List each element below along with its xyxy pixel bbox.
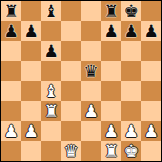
square-d1[interactable]: ♛ <box>61 141 81 161</box>
piece-white-king: ♚ <box>123 141 138 161</box>
square-f4[interactable] <box>101 81 121 101</box>
square-b5[interactable] <box>21 61 41 81</box>
square-g1[interactable]: ♚ <box>121 141 141 161</box>
piece-black-queen: ♛ <box>83 61 98 81</box>
square-g3[interactable] <box>121 101 141 121</box>
piece-black-pawn: ♟ <box>43 41 58 61</box>
square-d4[interactable] <box>61 81 81 101</box>
piece-white-rook: ♜ <box>43 101 58 121</box>
square-h4[interactable] <box>141 81 161 101</box>
chess-board-frame: ♜♝♜♚♟♟♟♟♟♟♛♝♜♟♟♟♟♟♟♛♜♚ <box>0 0 162 162</box>
square-d8[interactable] <box>61 1 81 21</box>
piece-white-pawn: ♟ <box>123 121 138 141</box>
square-f3[interactable] <box>101 101 121 121</box>
square-a2[interactable]: ♟ <box>1 121 21 141</box>
square-g6[interactable] <box>121 41 141 61</box>
square-a7[interactable]: ♟ <box>1 21 21 41</box>
square-a1[interactable] <box>1 141 21 161</box>
piece-white-rook: ♜ <box>103 141 118 161</box>
square-b1[interactable] <box>21 141 41 161</box>
square-a4[interactable] <box>1 81 21 101</box>
square-e1[interactable] <box>81 141 101 161</box>
piece-black-bishop: ♝ <box>43 1 58 21</box>
piece-white-queen: ♛ <box>63 141 78 161</box>
square-h1[interactable] <box>141 141 161 161</box>
square-e6[interactable] <box>81 41 101 61</box>
square-d5[interactable] <box>61 61 81 81</box>
square-d7[interactable] <box>61 21 81 41</box>
square-c1[interactable] <box>41 141 61 161</box>
square-c5[interactable] <box>41 61 61 81</box>
square-g8[interactable]: ♚ <box>121 1 141 21</box>
square-d3[interactable] <box>61 101 81 121</box>
square-c2[interactable] <box>41 121 61 141</box>
square-b3[interactable] <box>21 101 41 121</box>
square-a3[interactable] <box>1 101 21 121</box>
square-f5[interactable] <box>101 61 121 81</box>
piece-black-pawn: ♟ <box>23 21 38 41</box>
square-e8[interactable] <box>81 1 101 21</box>
square-f6[interactable] <box>101 41 121 61</box>
piece-white-pawn: ♟ <box>103 121 118 141</box>
square-b4[interactable] <box>21 81 41 101</box>
piece-white-pawn: ♟ <box>23 121 38 141</box>
square-g5[interactable] <box>121 61 141 81</box>
square-h8[interactable] <box>141 1 161 21</box>
square-g4[interactable] <box>121 81 141 101</box>
square-a6[interactable] <box>1 41 21 61</box>
piece-black-rook: ♜ <box>103 1 118 21</box>
piece-white-pawn: ♟ <box>143 121 158 141</box>
piece-black-rook: ♜ <box>3 1 18 21</box>
piece-white-bishop: ♝ <box>43 81 58 101</box>
square-b7[interactable]: ♟ <box>21 21 41 41</box>
piece-black-king: ♚ <box>123 1 138 21</box>
square-d2[interactable] <box>61 121 81 141</box>
square-g2[interactable]: ♟ <box>121 121 141 141</box>
square-b2[interactable]: ♟ <box>21 121 41 141</box>
piece-black-pawn: ♟ <box>123 21 138 41</box>
square-a8[interactable]: ♜ <box>1 1 21 21</box>
square-e2[interactable] <box>81 121 101 141</box>
square-f7[interactable]: ♟ <box>101 21 121 41</box>
square-h6[interactable] <box>141 41 161 61</box>
square-g7[interactable]: ♟ <box>121 21 141 41</box>
square-c3[interactable]: ♜ <box>41 101 61 121</box>
square-f2[interactable]: ♟ <box>101 121 121 141</box>
square-d6[interactable] <box>61 41 81 61</box>
piece-black-pawn: ♟ <box>3 21 18 41</box>
square-e4[interactable] <box>81 81 101 101</box>
square-c8[interactable]: ♝ <box>41 1 61 21</box>
square-b8[interactable] <box>21 1 41 21</box>
square-f1[interactable]: ♜ <box>101 141 121 161</box>
square-c7[interactable] <box>41 21 61 41</box>
square-a5[interactable] <box>1 61 21 81</box>
square-b6[interactable] <box>21 41 41 61</box>
square-e5[interactable]: ♛ <box>81 61 101 81</box>
square-e7[interactable] <box>81 21 101 41</box>
square-f8[interactable]: ♜ <box>101 1 121 21</box>
square-h2[interactable]: ♟ <box>141 121 161 141</box>
piece-black-pawn: ♟ <box>103 21 118 41</box>
square-e3[interactable]: ♟ <box>81 101 101 121</box>
piece-white-pawn: ♟ <box>3 121 18 141</box>
piece-black-pawn: ♟ <box>143 21 158 41</box>
piece-white-pawn: ♟ <box>83 101 98 121</box>
square-c6[interactable]: ♟ <box>41 41 61 61</box>
square-h7[interactable]: ♟ <box>141 21 161 41</box>
square-h5[interactable] <box>141 61 161 81</box>
square-h3[interactable] <box>141 101 161 121</box>
square-c4[interactable]: ♝ <box>41 81 61 101</box>
chess-board: ♜♝♜♚♟♟♟♟♟♟♛♝♜♟♟♟♟♟♟♛♜♚ <box>1 1 161 161</box>
